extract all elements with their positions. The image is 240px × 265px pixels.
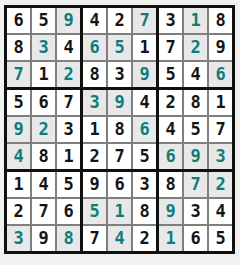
sudoku-cell-r8c3-entered[interactable]: 6 <box>57 199 80 224</box>
sudoku-cell-r1c2-entered[interactable]: 5 <box>32 8 55 33</box>
sudoku-board: 6598347124276518393187295465679234813941… <box>4 5 235 254</box>
sudoku-cell-r7c6-entered[interactable]: 3 <box>133 172 156 197</box>
sudoku-cell-r1c5-entered[interactable]: 2 <box>108 8 131 33</box>
sudoku-cell-r7c5-entered[interactable]: 6 <box>108 172 131 197</box>
sudoku-cell-r4c4-given: 3 <box>83 90 106 115</box>
sudoku-cell-r5c1-given: 9 <box>7 117 30 142</box>
sudoku-cell-r3c4-entered[interactable]: 8 <box>83 62 106 87</box>
sudoku-cell-r4c6-entered[interactable]: 4 <box>133 90 156 115</box>
sudoku-cell-r4c3-entered[interactable]: 7 <box>57 90 80 115</box>
sudoku-cell-r6c6-entered[interactable]: 5 <box>133 144 156 169</box>
sudoku-cell-r2c1-entered[interactable]: 8 <box>7 35 30 60</box>
sudoku-cell-r8c2-entered[interactable]: 7 <box>32 199 55 224</box>
sudoku-cell-r7c3-entered[interactable]: 5 <box>57 172 80 197</box>
sudoku-cell-r4c5-given: 9 <box>108 90 131 115</box>
sudoku-box-1: 659834712 <box>7 8 80 87</box>
sudoku-box-6: 281457693 <box>159 90 232 169</box>
sudoku-cell-r9c6-entered[interactable]: 2 <box>133 226 156 251</box>
sudoku-cell-r2c2-given: 3 <box>32 35 55 60</box>
sudoku-cell-r2c4-given: 6 <box>83 35 106 60</box>
sudoku-cell-r3c7-entered[interactable]: 5 <box>159 62 182 87</box>
sudoku-cell-r7c8-given: 7 <box>184 172 207 197</box>
sudoku-cell-r3c6-given: 9 <box>133 62 156 87</box>
sudoku-cell-r3c1-given: 7 <box>7 62 30 87</box>
sudoku-cell-r8c8-entered[interactable]: 3 <box>184 199 207 224</box>
sudoku-cell-r7c7-entered[interactable]: 8 <box>159 172 182 197</box>
sudoku-cell-r6c5-entered[interactable]: 7 <box>108 144 131 169</box>
sudoku-cell-r8c4-given: 5 <box>83 199 106 224</box>
sudoku-cell-r2c5-given: 5 <box>108 35 131 60</box>
sudoku-box-3: 318729546 <box>159 8 232 87</box>
sudoku-cell-r1c6-given: 7 <box>133 8 156 33</box>
sudoku-cell-r5c8-entered[interactable]: 5 <box>184 117 207 142</box>
sudoku-cell-r9c2-entered[interactable]: 9 <box>32 226 55 251</box>
sudoku-cell-r4c1-entered[interactable]: 5 <box>7 90 30 115</box>
sudoku-cell-r4c7-entered[interactable]: 2 <box>159 90 182 115</box>
sudoku-cell-r9c7-given: 1 <box>159 226 182 251</box>
sudoku-cell-r5c5-entered[interactable]: 8 <box>108 117 131 142</box>
sudoku-cell-r6c9-given: 3 <box>209 144 232 169</box>
sudoku-cell-r9c5-given: 4 <box>108 226 131 251</box>
sudoku-cell-r7c2-entered[interactable]: 4 <box>32 172 55 197</box>
sudoku-cell-r1c7-entered[interactable]: 3 <box>159 8 182 33</box>
sudoku-cell-r1c8-given: 1 <box>184 8 207 33</box>
sudoku-cell-r6c4-entered[interactable]: 2 <box>83 144 106 169</box>
sudoku-cell-r5c4-entered[interactable]: 1 <box>83 117 106 142</box>
sudoku-cell-r8c7-given: 9 <box>159 199 182 224</box>
sudoku-cell-r2c8-given: 2 <box>184 35 207 60</box>
sudoku-cell-r3c9-given: 6 <box>209 62 232 87</box>
sudoku-cell-r8c1-entered[interactable]: 2 <box>7 199 30 224</box>
sudoku-cell-r7c4-entered[interactable]: 9 <box>83 172 106 197</box>
sudoku-cell-r7c9-given: 2 <box>209 172 232 197</box>
sudoku-cell-r7c1-entered[interactable]: 1 <box>7 172 30 197</box>
sudoku-cell-r4c9-entered[interactable]: 1 <box>209 90 232 115</box>
sudoku-cell-r5c7-entered[interactable]: 4 <box>159 117 182 142</box>
sudoku-box-4: 567923481 <box>7 90 80 169</box>
sudoku-cell-r2c3-entered[interactable]: 4 <box>57 35 80 60</box>
sudoku-box-7: 145276398 <box>7 172 80 251</box>
sudoku-cell-r6c7-given: 6 <box>159 144 182 169</box>
sudoku-cell-r9c3-given: 8 <box>57 226 80 251</box>
sudoku-cell-r1c4-entered[interactable]: 4 <box>83 8 106 33</box>
sudoku-cell-r5c3-entered[interactable]: 3 <box>57 117 80 142</box>
sudoku-cell-r3c3-given: 2 <box>57 62 80 87</box>
sudoku-cell-r6c8-given: 9 <box>184 144 207 169</box>
sudoku-cell-r5c2-given: 2 <box>32 117 55 142</box>
sudoku-cell-r3c2-entered[interactable]: 1 <box>32 62 55 87</box>
sudoku-box-5: 394186275 <box>83 90 156 169</box>
sudoku-cell-r6c2-entered[interactable]: 8 <box>32 144 55 169</box>
sudoku-cell-r9c8-entered[interactable]: 6 <box>184 226 207 251</box>
sudoku-cell-r4c2-entered[interactable]: 6 <box>32 90 55 115</box>
sudoku-cell-r6c1-given: 4 <box>7 144 30 169</box>
sudoku-cell-r2c6-entered[interactable]: 1 <box>133 35 156 60</box>
sudoku-box-8: 963518742 <box>83 172 156 251</box>
sudoku-cell-r8c9-entered[interactable]: 4 <box>209 199 232 224</box>
sudoku-cell-r8c5-given: 1 <box>108 199 131 224</box>
sudoku-box-9: 872934165 <box>159 172 232 251</box>
sudoku-cell-r2c9-entered[interactable]: 9 <box>209 35 232 60</box>
sudoku-cell-r8c6-entered[interactable]: 8 <box>133 199 156 224</box>
sudoku-box-2: 427651839 <box>83 8 156 87</box>
sudoku-cell-r2c7-entered[interactable]: 7 <box>159 35 182 60</box>
sudoku-cell-r9c1-given: 3 <box>7 226 30 251</box>
sudoku-cell-r1c3-given: 9 <box>57 8 80 33</box>
sudoku-cell-r6c3-entered[interactable]: 1 <box>57 144 80 169</box>
sudoku-cell-r1c9-entered[interactable]: 8 <box>209 8 232 33</box>
sudoku-cell-r9c4-entered[interactable]: 7 <box>83 226 106 251</box>
sudoku-cell-r5c9-entered[interactable]: 7 <box>209 117 232 142</box>
sudoku-cell-r4c8-entered[interactable]: 8 <box>184 90 207 115</box>
sudoku-cell-r3c8-entered[interactable]: 4 <box>184 62 207 87</box>
sudoku-cell-r3c5-entered[interactable]: 3 <box>108 62 131 87</box>
sudoku-cell-r9c9-entered[interactable]: 5 <box>209 226 232 251</box>
sudoku-cell-r1c1-entered[interactable]: 6 <box>7 8 30 33</box>
sudoku-cell-r5c6-given: 6 <box>133 117 156 142</box>
